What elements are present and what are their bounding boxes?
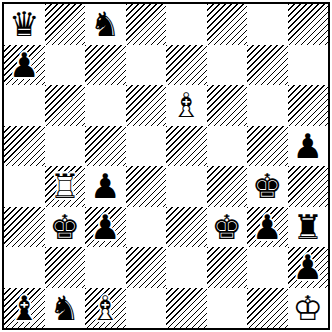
white-king-glyph: ♔ (288, 288, 329, 329)
square-f1 (207, 288, 248, 329)
piece-black-king: ♚ (247, 166, 288, 207)
black-knight-glyph: ♞ (45, 288, 86, 329)
piece-black-king: ♚ (207, 207, 248, 248)
piece-black-knight: ♞ (45, 288, 86, 329)
chess-board-frame: ♛♞♟♝♗♟♜♖♟♚♚♟♚♟♜♟♝♞♝♗♚♔ (2, 2, 330, 330)
square-g1 (247, 288, 288, 329)
square-g4: ♚ (247, 166, 288, 207)
square-a1: ♝ (4, 288, 45, 329)
black-rook-glyph: ♜ (288, 207, 329, 248)
square-f2 (207, 247, 248, 288)
black-king-glyph: ♚ (247, 166, 288, 207)
black-knight-glyph: ♞ (85, 4, 126, 45)
piece-white-bishop: ♝♗ (166, 85, 207, 126)
black-pawn-glyph: ♟ (288, 126, 329, 167)
square-h3: ♜ (288, 207, 329, 248)
piece-black-queen: ♛ (4, 4, 45, 45)
black-queen-glyph: ♛ (4, 4, 45, 45)
piece-black-rook: ♜ (288, 207, 329, 248)
square-g3: ♟ (247, 207, 288, 248)
piece-black-bishop: ♝ (4, 288, 45, 329)
piece-white-rook: ♜♖ (45, 166, 86, 207)
square-e6: ♝♗ (166, 85, 207, 126)
square-b1: ♞ (45, 288, 86, 329)
square-b6 (45, 85, 86, 126)
square-b5 (45, 126, 86, 167)
square-f5 (207, 126, 248, 167)
square-f7 (207, 45, 248, 86)
square-h1: ♚♔ (288, 288, 329, 329)
black-king-glyph: ♚ (207, 207, 248, 248)
square-b7 (45, 45, 86, 86)
piece-black-king: ♚ (45, 207, 86, 248)
square-c2 (85, 247, 126, 288)
black-pawn-glyph: ♟ (85, 166, 126, 207)
square-b4: ♜♖ (45, 166, 86, 207)
piece-black-pawn: ♟ (4, 45, 45, 86)
square-e5 (166, 126, 207, 167)
square-h8 (288, 4, 329, 45)
square-c5 (85, 126, 126, 167)
square-c8: ♞ (85, 4, 126, 45)
chess-board: ♛♞♟♝♗♟♜♖♟♚♚♟♚♟♜♟♝♞♝♗♚♔ (4, 4, 328, 328)
square-d1 (126, 288, 167, 329)
square-c1: ♝♗ (85, 288, 126, 329)
square-e3 (166, 207, 207, 248)
square-d7 (126, 45, 167, 86)
square-d4 (126, 166, 167, 207)
piece-white-bishop: ♝♗ (85, 288, 126, 329)
white-rook-glyph: ♖ (45, 166, 86, 207)
square-f6 (207, 85, 248, 126)
square-a2 (4, 247, 45, 288)
square-f8 (207, 4, 248, 45)
white-bishop-glyph: ♗ (85, 288, 126, 329)
black-pawn-glyph: ♟ (288, 247, 329, 288)
square-e1 (166, 288, 207, 329)
black-king-glyph: ♚ (45, 207, 86, 248)
piece-black-pawn: ♟ (85, 166, 126, 207)
square-d5 (126, 126, 167, 167)
square-c4: ♟ (85, 166, 126, 207)
square-e4 (166, 166, 207, 207)
square-e7 (166, 45, 207, 86)
square-b8 (45, 4, 86, 45)
piece-black-pawn: ♟ (85, 207, 126, 248)
piece-white-king: ♚♔ (288, 288, 329, 329)
square-h4 (288, 166, 329, 207)
square-c7 (85, 45, 126, 86)
square-f4 (207, 166, 248, 207)
white-bishop-glyph: ♗ (166, 85, 207, 126)
square-g6 (247, 85, 288, 126)
square-a4 (4, 166, 45, 207)
square-a3 (4, 207, 45, 248)
square-d2 (126, 247, 167, 288)
square-h5: ♟ (288, 126, 329, 167)
square-a8: ♛ (4, 4, 45, 45)
piece-black-pawn: ♟ (288, 247, 329, 288)
square-a7: ♟ (4, 45, 45, 86)
square-b3: ♚ (45, 207, 86, 248)
square-b2 (45, 247, 86, 288)
square-h2: ♟ (288, 247, 329, 288)
square-g5 (247, 126, 288, 167)
square-g8 (247, 4, 288, 45)
piece-black-pawn: ♟ (288, 126, 329, 167)
black-pawn-glyph: ♟ (247, 207, 288, 248)
square-d6 (126, 85, 167, 126)
square-c6 (85, 85, 126, 126)
square-c3: ♟ (85, 207, 126, 248)
square-a6 (4, 85, 45, 126)
square-d8 (126, 4, 167, 45)
black-pawn-glyph: ♟ (4, 45, 45, 86)
square-g2 (247, 247, 288, 288)
square-a5 (4, 126, 45, 167)
square-e8 (166, 4, 207, 45)
black-pawn-glyph: ♟ (85, 207, 126, 248)
black-bishop-glyph: ♝ (4, 288, 45, 329)
piece-black-knight: ♞ (85, 4, 126, 45)
square-d3 (126, 207, 167, 248)
square-f3: ♚ (207, 207, 248, 248)
square-h7 (288, 45, 329, 86)
square-g7 (247, 45, 288, 86)
piece-black-pawn: ♟ (247, 207, 288, 248)
square-e2 (166, 247, 207, 288)
square-h6 (288, 85, 329, 126)
